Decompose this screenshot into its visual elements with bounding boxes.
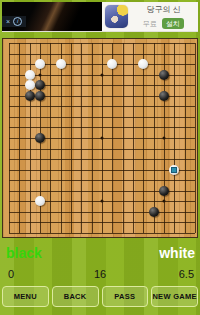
- grid-line-h: [9, 170, 195, 171]
- ad-install-button[interactable]: 설치: [162, 18, 184, 29]
- pass-button[interactable]: PASS: [102, 286, 149, 307]
- move-count-value: 16: [0, 268, 200, 280]
- grid-line-v: [154, 43, 155, 233]
- ad-free-label: 무료: [143, 19, 157, 29]
- white-stone: [138, 59, 148, 69]
- white-stone: [25, 70, 35, 80]
- grid-line-v: [195, 43, 196, 233]
- grid-line-v: [185, 43, 186, 233]
- black-stone: [35, 133, 45, 143]
- ad-banner[interactable]: 당구의 신 무료 설치 × i: [2, 2, 198, 32]
- star-point: [101, 200, 104, 203]
- grid-line-h: [9, 212, 195, 213]
- grid-line-v: [123, 43, 124, 233]
- black-stone: [159, 91, 169, 101]
- ad-app-icon: [105, 5, 128, 28]
- white-stone: [56, 59, 66, 69]
- star-point: [163, 200, 166, 203]
- black-stone: [35, 91, 45, 101]
- last-move-marker: [171, 167, 177, 173]
- grid-line-v: [112, 43, 113, 233]
- ad-info-icon[interactable]: i: [13, 17, 22, 26]
- ad-controls: × i: [2, 16, 26, 27]
- black-stone: [35, 80, 45, 90]
- white-stone: [35, 196, 45, 206]
- grid-line-h: [9, 180, 195, 181]
- grid-line-h: [9, 233, 195, 234]
- white-komi-value: 6.5: [179, 268, 194, 280]
- star-point: [163, 137, 166, 140]
- star-point: [39, 73, 42, 76]
- black-stone: [149, 207, 159, 217]
- white-stone: [107, 59, 117, 69]
- app-screen: 당구의 신 무료 설치 × i black white 0 16 6.5 MEN…: [0, 0, 200, 315]
- black-player-label: black: [6, 245, 42, 261]
- go-board[interactable]: [2, 38, 198, 238]
- white-player-label: white: [159, 245, 195, 261]
- grid-line-v: [174, 43, 175, 233]
- button-bar: MENU BACK PASS NEW GAME: [2, 286, 198, 307]
- ad-title: 당구의 신: [132, 4, 195, 15]
- back-button[interactable]: BACK: [52, 286, 99, 307]
- star-point: [101, 137, 104, 140]
- grid-line-v: [143, 43, 144, 233]
- white-stone: [169, 165, 179, 175]
- black-stone: [25, 91, 35, 101]
- grid-line-h: [9, 159, 195, 160]
- ad-close-icon[interactable]: ×: [6, 18, 10, 25]
- new-game-button[interactable]: NEW GAME: [151, 286, 198, 307]
- ad-text: 당구의 신 무료 설치: [132, 4, 195, 29]
- black-stone: [159, 70, 169, 80]
- menu-button[interactable]: MENU: [2, 286, 49, 307]
- ad-content: 당구의 신 무료 설치: [102, 2, 198, 31]
- board-grid: [9, 43, 195, 233]
- grid-line-h: [9, 222, 195, 223]
- white-stone: [25, 80, 35, 90]
- white-stone: [35, 59, 45, 69]
- star-point: [101, 73, 104, 76]
- grid-line-v: [133, 43, 134, 233]
- black-stone: [159, 186, 169, 196]
- grid-line-h: [9, 149, 195, 150]
